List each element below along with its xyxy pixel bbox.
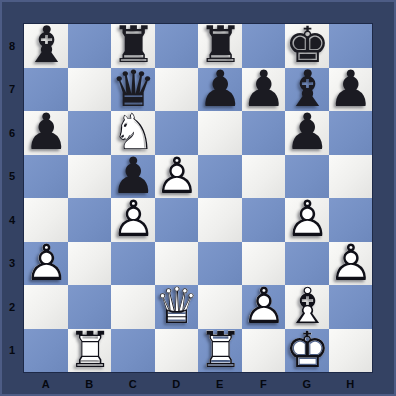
rank-label-8: 8 [0,24,24,68]
square-d4[interactable] [155,198,199,242]
square-d2[interactable]: ♛♕ [155,285,199,329]
white-pawn: ♟♙ [242,285,286,329]
file-label-g: G [285,372,329,396]
rank-label-1: 1 [0,329,24,373]
square-g1[interactable]: ♚♔ [285,329,329,373]
square-f1[interactable] [242,329,286,373]
black-pawn: ♟ [24,111,68,155]
square-e7[interactable]: ♟ [198,68,242,112]
rank-label-6: 6 [0,111,24,155]
square-a2[interactable] [24,285,68,329]
black-bishop: ♝ [24,24,68,68]
square-g4[interactable]: ♟♙ [285,198,329,242]
black-pawn: ♟ [329,68,373,112]
square-a3[interactable]: ♟♙ [24,242,68,286]
square-g6[interactable]: ♟ [285,111,329,155]
file-label-a: A [24,372,68,396]
white-pawn: ♟♙ [155,155,199,199]
square-h3[interactable]: ♟♙ [329,242,373,286]
file-label-c: C [111,372,155,396]
chess-board-frame: ♝♜♜♚♛♟♟♝♟♟♞♘♟♟♟♙♟♙♟♙♟♙♟♙♛♕♟♙♝♗♜♖♜♖♚♔ 876… [0,0,396,396]
square-d5[interactable]: ♟♙ [155,155,199,199]
board: ♝♜♜♚♛♟♟♝♟♟♞♘♟♟♟♙♟♙♟♙♟♙♟♙♛♕♟♙♝♗♜♖♜♖♚♔ [24,24,372,372]
square-a5[interactable] [24,155,68,199]
square-h7[interactable]: ♟ [329,68,373,112]
file-label-f: F [242,372,286,396]
square-c3[interactable] [111,242,155,286]
square-c2[interactable] [111,285,155,329]
square-b6[interactable] [68,111,112,155]
square-f2[interactable]: ♟♙ [242,285,286,329]
white-pawn: ♟♙ [24,242,68,286]
square-b3[interactable] [68,242,112,286]
square-h2[interactable] [329,285,373,329]
square-b4[interactable] [68,198,112,242]
square-b1[interactable]: ♜♖ [68,329,112,373]
square-d7[interactable] [155,68,199,112]
rank-label-7: 7 [0,68,24,112]
black-pawn: ♟ [242,68,286,112]
file-label-d: D [155,372,199,396]
square-f6[interactable] [242,111,286,155]
square-f5[interactable] [242,155,286,199]
square-a6[interactable]: ♟ [24,111,68,155]
white-pawn: ♟♙ [111,198,155,242]
square-f7[interactable]: ♟ [242,68,286,112]
white-queen: ♛♕ [155,285,199,329]
square-c4[interactable]: ♟♙ [111,198,155,242]
rank-label-2: 2 [0,285,24,329]
white-rook: ♜♖ [68,329,112,373]
square-b7[interactable] [68,68,112,112]
square-c1[interactable] [111,329,155,373]
file-label-b: B [68,372,112,396]
rank-label-3: 3 [0,242,24,286]
square-d1[interactable] [155,329,199,373]
square-a8[interactable]: ♝ [24,24,68,68]
white-king: ♚♔ [285,329,329,373]
square-h1[interactable] [329,329,373,373]
square-h6[interactable] [329,111,373,155]
black-pawn: ♟ [198,68,242,112]
white-rook: ♜♖ [198,329,242,373]
rank-label-4: 4 [0,198,24,242]
square-b8[interactable] [68,24,112,68]
square-e3[interactable] [198,242,242,286]
square-e1[interactable]: ♜♖ [198,329,242,373]
square-e5[interactable] [198,155,242,199]
square-a1[interactable] [24,329,68,373]
white-pawn: ♟♙ [329,242,373,286]
black-pawn: ♟ [285,111,329,155]
square-f4[interactable] [242,198,286,242]
square-d8[interactable] [155,24,199,68]
square-e4[interactable] [198,198,242,242]
file-label-e: E [198,372,242,396]
square-e6[interactable] [198,111,242,155]
square-h5[interactable] [329,155,373,199]
rank-label-5: 5 [0,155,24,199]
square-b5[interactable] [68,155,112,199]
white-pawn: ♟♙ [285,198,329,242]
file-label-h: H [329,372,373,396]
